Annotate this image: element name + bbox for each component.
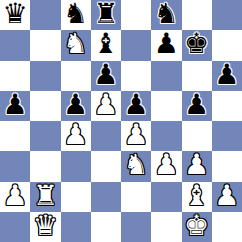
square-f1[interactable] — [151, 212, 181, 242]
square-f5[interactable] — [151, 91, 181, 121]
square-a4[interactable] — [0, 121, 30, 151]
black-pawn[interactable]: ♟ — [214, 61, 239, 89]
white-pawn[interactable]: ♟ — [3, 182, 28, 210]
square-a8[interactable]: ♛ — [0, 0, 30, 30]
square-a3[interactable] — [0, 151, 30, 181]
square-d2[interactable] — [91, 182, 121, 212]
square-d1[interactable] — [91, 212, 121, 242]
square-h2[interactable]: ♟ — [212, 182, 242, 212]
square-b3[interactable] — [30, 151, 60, 181]
black-rook[interactable]: ♜ — [93, 0, 118, 28]
square-b5[interactable] — [30, 91, 60, 121]
square-g1[interactable]: ♚ — [182, 212, 212, 242]
white-rook[interactable]: ♜ — [33, 182, 58, 210]
square-c1[interactable] — [61, 212, 91, 242]
square-a7[interactable] — [0, 30, 30, 60]
black-bishop[interactable]: ♝ — [93, 30, 118, 58]
chess-board: ♛♞♜♞♞♝♟♚♟♟♟♟♟♟♟♟♟♞♟♟♟♜♝♟♛♚ — [0, 0, 242, 242]
black-pawn[interactable]: ♟ — [63, 91, 88, 119]
square-b4[interactable] — [30, 121, 60, 151]
white-pawn[interactable]: ♟ — [93, 91, 118, 119]
square-d5[interactable]: ♟ — [91, 91, 121, 121]
square-d3[interactable] — [91, 151, 121, 181]
white-pawn[interactable]: ♟ — [184, 151, 209, 179]
square-g7[interactable]: ♚ — [182, 30, 212, 60]
black-pawn[interactable]: ♟ — [184, 91, 209, 119]
square-f8[interactable]: ♞ — [151, 0, 181, 30]
square-e5[interactable]: ♟ — [121, 91, 151, 121]
black-pawn[interactable]: ♟ — [124, 91, 149, 119]
square-g6[interactable] — [182, 61, 212, 91]
square-b6[interactable] — [30, 61, 60, 91]
square-d7[interactable]: ♝ — [91, 30, 121, 60]
black-pawn[interactable]: ♟ — [93, 61, 118, 89]
square-f3[interactable]: ♟ — [151, 151, 181, 181]
white-bishop[interactable]: ♝ — [184, 182, 209, 210]
square-c2[interactable] — [61, 182, 91, 212]
square-e2[interactable] — [121, 182, 151, 212]
white-knight[interactable]: ♞ — [124, 151, 149, 179]
square-h8[interactable] — [212, 0, 242, 30]
square-c7[interactable]: ♞ — [61, 30, 91, 60]
square-c3[interactable] — [61, 151, 91, 181]
square-h5[interactable] — [212, 91, 242, 121]
square-e7[interactable] — [121, 30, 151, 60]
white-king[interactable]: ♚ — [184, 212, 209, 240]
square-a2[interactable]: ♟ — [0, 182, 30, 212]
square-g3[interactable]: ♟ — [182, 151, 212, 181]
white-pawn[interactable]: ♟ — [124, 121, 149, 149]
white-pawn[interactable]: ♟ — [154, 151, 179, 179]
square-h7[interactable] — [212, 30, 242, 60]
white-pawn[interactable]: ♟ — [63, 121, 88, 149]
square-g2[interactable]: ♝ — [182, 182, 212, 212]
square-e8[interactable] — [121, 0, 151, 30]
square-f2[interactable] — [151, 182, 181, 212]
square-a6[interactable] — [0, 61, 30, 91]
black-knight[interactable]: ♞ — [63, 0, 88, 28]
square-g8[interactable] — [182, 0, 212, 30]
square-c8[interactable]: ♞ — [61, 0, 91, 30]
square-h3[interactable] — [212, 151, 242, 181]
square-g5[interactable]: ♟ — [182, 91, 212, 121]
square-h1[interactable] — [212, 212, 242, 242]
square-d8[interactable]: ♜ — [91, 0, 121, 30]
square-a1[interactable] — [0, 212, 30, 242]
black-knight[interactable]: ♞ — [154, 0, 179, 28]
black-queen[interactable]: ♛ — [3, 0, 28, 28]
black-pawn[interactable]: ♟ — [3, 91, 28, 119]
square-b1[interactable]: ♛ — [30, 212, 60, 242]
square-b7[interactable] — [30, 30, 60, 60]
square-d6[interactable]: ♟ — [91, 61, 121, 91]
white-pawn[interactable]: ♟ — [214, 182, 239, 210]
square-f7[interactable]: ♟ — [151, 30, 181, 60]
square-h6[interactable]: ♟ — [212, 61, 242, 91]
square-e4[interactable]: ♟ — [121, 121, 151, 151]
square-f4[interactable] — [151, 121, 181, 151]
square-b2[interactable]: ♜ — [30, 182, 60, 212]
black-pawn[interactable]: ♟ — [154, 30, 179, 58]
square-g4[interactable] — [182, 121, 212, 151]
black-king[interactable]: ♚ — [184, 30, 209, 58]
square-c4[interactable]: ♟ — [61, 121, 91, 151]
square-e3[interactable]: ♞ — [121, 151, 151, 181]
square-e6[interactable] — [121, 61, 151, 91]
square-b8[interactable] — [30, 0, 60, 30]
square-c6[interactable] — [61, 61, 91, 91]
square-f6[interactable] — [151, 61, 181, 91]
square-e1[interactable] — [121, 212, 151, 242]
square-a5[interactable]: ♟ — [0, 91, 30, 121]
square-h4[interactable] — [212, 121, 242, 151]
square-d4[interactable] — [91, 121, 121, 151]
white-queen[interactable]: ♛ — [33, 212, 58, 240]
white-knight[interactable]: ♞ — [63, 30, 88, 58]
square-c5[interactable]: ♟ — [61, 91, 91, 121]
